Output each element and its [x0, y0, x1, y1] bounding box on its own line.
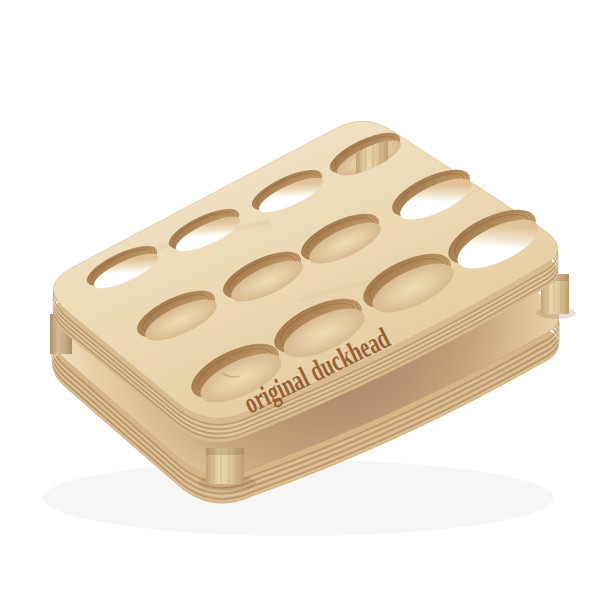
product-photo: original duckhead [0, 0, 600, 600]
wooden-stand-illustration: original duckhead [0, 0, 600, 600]
